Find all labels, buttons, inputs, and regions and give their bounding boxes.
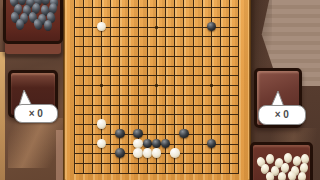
goban-cell[interactable] (157, 86, 166, 96)
goban-cell[interactable] (75, 0, 84, 8)
goban-cell[interactable] (129, 106, 138, 116)
goban-cell[interactable] (203, 67, 212, 77)
goban-cell[interactable] (129, 57, 138, 67)
goban-cell[interactable] (139, 106, 148, 116)
goban-cell[interactable] (148, 47, 157, 57)
goban-cell[interactable] (93, 86, 102, 96)
goban-cell[interactable] (120, 106, 129, 116)
goban-cell[interactable] (203, 47, 212, 57)
goban-cell[interactable] (93, 164, 102, 174)
white-stone-pile (266, 154, 274, 164)
goban-cell[interactable] (120, 67, 129, 77)
goban-cell[interactable] (84, 8, 93, 18)
black-stone-pile (16, 19, 24, 30)
goban-cell[interactable] (194, 115, 203, 125)
goban-cell[interactable] (221, 47, 230, 57)
goban-cell[interactable] (111, 76, 120, 86)
goban-cell[interactable] (75, 115, 84, 125)
goban-cell[interactable] (75, 145, 84, 155)
goban-cell[interactable] (203, 57, 212, 67)
goban-cell[interactable] (212, 96, 221, 106)
goban-cell[interactable] (120, 164, 129, 174)
goban-cell[interactable] (157, 28, 166, 38)
goban-cell[interactable] (111, 86, 120, 96)
goban-cell[interactable] (157, 0, 166, 8)
goban-cell[interactable] (230, 164, 239, 174)
goban-cell[interactable] (111, 96, 120, 106)
goban-cell[interactable] (93, 67, 102, 77)
star-point (210, 84, 213, 87)
goban-cell[interactable] (212, 106, 221, 116)
goban-cell[interactable] (111, 115, 120, 125)
goban-cell[interactable] (75, 76, 84, 86)
star-point (100, 84, 103, 87)
white-stone-bowl (250, 142, 313, 180)
goban-cell[interactable] (148, 8, 157, 18)
stone-white (170, 148, 180, 158)
goban-cell[interactable] (75, 125, 84, 135)
goban-cell[interactable] (175, 106, 184, 116)
goban-cell[interactable] (166, 47, 175, 57)
goban-cell[interactable] (203, 37, 212, 47)
goban-cell[interactable] (166, 106, 175, 116)
goban-cell[interactable] (212, 57, 221, 67)
goban-cell[interactable] (230, 154, 239, 164)
goban-cell[interactable] (111, 164, 120, 174)
goban-cell[interactable] (84, 28, 93, 38)
goban-cell[interactable] (212, 67, 221, 77)
goban-cell[interactable] (221, 106, 230, 116)
goban-cell[interactable] (166, 164, 175, 174)
stone-black (115, 129, 125, 139)
goban-cell[interactable] (111, 37, 120, 47)
goban-cell[interactable] (221, 96, 230, 106)
goban-cell[interactable] (221, 125, 230, 135)
black-stone-bowl (3, 0, 63, 44)
goban-cell[interactable] (166, 28, 175, 38)
goban-cell[interactable] (84, 37, 93, 47)
goban-cell[interactable] (139, 0, 148, 8)
goban-cell[interactable] (102, 67, 111, 77)
goban-cell[interactable] (184, 28, 193, 38)
star-point (155, 26, 158, 29)
goban-cell[interactable] (230, 57, 239, 67)
goban-cell[interactable] (129, 28, 138, 38)
goban-cell[interactable] (166, 125, 175, 135)
goban-cell[interactable] (148, 125, 157, 135)
goban-cell[interactable] (184, 115, 193, 125)
goban-cell[interactable] (139, 96, 148, 106)
goban-cell[interactable] (184, 96, 193, 106)
goban-cell[interactable] (230, 135, 239, 145)
goban-cell[interactable] (75, 8, 84, 18)
goban-cell[interactable] (230, 18, 239, 28)
goban-cell[interactable] (102, 57, 111, 67)
goban-cell[interactable] (129, 96, 138, 106)
goban-cell[interactable] (184, 106, 193, 116)
goban-cell[interactable] (230, 28, 239, 38)
goban-cell[interactable] (221, 28, 230, 38)
goban-cell[interactable] (84, 145, 93, 155)
goban-cell[interactable] (148, 164, 157, 174)
goban-cell[interactable] (75, 47, 84, 57)
goban-cell[interactable] (84, 18, 93, 28)
goban-cell[interactable] (230, 96, 239, 106)
goban-cell[interactable] (203, 164, 212, 174)
goban-cell[interactable] (120, 86, 129, 96)
goban-cell[interactable] (184, 76, 193, 86)
goban-cell[interactable] (129, 37, 138, 47)
goban-cell[interactable] (139, 28, 148, 38)
goban-cell[interactable] (184, 18, 193, 28)
goban-cell[interactable] (230, 106, 239, 116)
goban-cell[interactable] (203, 125, 212, 135)
goban-cell[interactable] (139, 76, 148, 86)
goban-cell[interactable] (93, 8, 102, 18)
goban-cell[interactable] (120, 37, 129, 47)
goban-cell[interactable] (93, 154, 102, 164)
goban-cell[interactable] (184, 37, 193, 47)
goban-grid-area[interactable] (74, 0, 240, 174)
goban-cell[interactable] (148, 0, 157, 8)
goban-cell[interactable] (194, 57, 203, 67)
goban-cell[interactable] (75, 28, 84, 38)
goban-cell[interactable] (148, 96, 157, 106)
goban-cell[interactable] (157, 57, 166, 67)
goban-cell[interactable] (129, 8, 138, 18)
goban-cell[interactable] (120, 18, 129, 28)
goban-cell[interactable] (212, 37, 221, 47)
goban-cell[interactable] (166, 67, 175, 77)
goban-cell[interactable] (129, 0, 138, 8)
goban-cell[interactable] (157, 67, 166, 77)
goban-cell[interactable] (221, 145, 230, 155)
goban-cell[interactable] (184, 47, 193, 57)
goban-cell[interactable] (129, 18, 138, 28)
goban-cell[interactable] (84, 106, 93, 116)
goban-cell[interactable] (111, 8, 120, 18)
goban-cell[interactable] (175, 164, 184, 174)
goban-cell[interactable] (157, 96, 166, 106)
goban-cell[interactable] (194, 135, 203, 145)
stone-black (115, 148, 125, 158)
goban-cell[interactable] (194, 67, 203, 77)
goban-cell[interactable] (129, 86, 138, 96)
goban-cell[interactable] (84, 115, 93, 125)
goban-cell[interactable] (84, 96, 93, 106)
table-highlight-strip (56, 130, 64, 180)
goban-cell[interactable] (194, 76, 203, 86)
goban-cell[interactable] (102, 0, 111, 8)
goban-cell[interactable] (230, 37, 239, 47)
goban-cell[interactable] (102, 96, 111, 106)
goban-cell[interactable] (212, 8, 221, 18)
table-edge-strip (0, 52, 5, 180)
goban-cell[interactable] (93, 57, 102, 67)
goban-cell[interactable] (194, 164, 203, 174)
goban-cell[interactable] (175, 37, 184, 47)
goban-cell[interactable] (184, 86, 193, 96)
game-screen: ×0 ×0 (0, 0, 320, 180)
goban-cell[interactable] (157, 76, 166, 86)
goban-cell[interactable] (84, 47, 93, 57)
goban-cell[interactable] (84, 76, 93, 86)
goban-cell[interactable] (230, 86, 239, 96)
goban-cell[interactable] (139, 18, 148, 28)
stone-white (133, 148, 143, 158)
goban-cell[interactable] (194, 47, 203, 57)
goban-cell[interactable] (203, 106, 212, 116)
white-captures-bubble: ×0 (258, 105, 306, 125)
goban-cell[interactable] (203, 8, 212, 18)
goban-cell[interactable] (212, 76, 221, 86)
goban-cell[interactable] (175, 47, 184, 57)
goban-cell[interactable] (194, 37, 203, 47)
goban-cell[interactable] (203, 0, 212, 8)
black-stone-pile (44, 20, 52, 31)
goban-cell[interactable] (166, 18, 175, 28)
goban-cell[interactable] (230, 67, 239, 77)
goban-cell[interactable] (75, 164, 84, 174)
goban-cell[interactable] (157, 115, 166, 125)
goban-cell[interactable] (75, 18, 84, 28)
goban-cell[interactable] (75, 106, 84, 116)
goban-cell[interactable] (166, 96, 175, 106)
goban-cell[interactable] (120, 57, 129, 67)
goban-cell[interactable] (93, 47, 102, 57)
goban-cell[interactable] (148, 67, 157, 77)
goban-cell[interactable] (129, 47, 138, 57)
goban-cell[interactable] (230, 115, 239, 125)
goban-cell[interactable] (148, 115, 157, 125)
goban-cell[interactable] (120, 47, 129, 57)
goban-cell[interactable] (111, 106, 120, 116)
goban-cell[interactable] (166, 37, 175, 47)
goban-cell[interactable] (166, 0, 175, 8)
goban-cell[interactable] (184, 67, 193, 77)
goban-cell[interactable] (129, 76, 138, 86)
goban-cell[interactable] (221, 154, 230, 164)
goban-cell[interactable] (148, 86, 157, 96)
goban-cell[interactable] (194, 0, 203, 8)
goban-cell[interactable] (184, 164, 193, 174)
goban-cell[interactable] (102, 47, 111, 57)
goban-cell[interactable] (157, 8, 166, 18)
goban-cell[interactable] (111, 47, 120, 57)
goban-cell[interactable] (221, 135, 230, 145)
goban-cell[interactable] (102, 76, 111, 86)
goban-cell[interactable] (194, 154, 203, 164)
stone-white (143, 148, 153, 158)
goban-cell[interactable] (166, 86, 175, 96)
goban-cell[interactable] (175, 86, 184, 96)
goban-cell[interactable] (157, 47, 166, 57)
goban-cell[interactable] (230, 125, 239, 135)
goban-cell[interactable] (75, 135, 84, 145)
goban-cell[interactable] (111, 18, 120, 28)
goban-cell[interactable] (111, 67, 120, 77)
goban-cell[interactable] (221, 67, 230, 77)
goban-cell[interactable] (111, 0, 120, 8)
goban-cell[interactable] (139, 8, 148, 18)
goban-cell[interactable] (148, 28, 157, 38)
goban-cell[interactable] (84, 125, 93, 135)
goban-cell[interactable] (175, 8, 184, 18)
goban-cell[interactable] (129, 67, 138, 77)
goban-cell[interactable] (84, 164, 93, 174)
goban-cell[interactable] (194, 8, 203, 18)
goban-cell[interactable] (102, 86, 111, 96)
goban-cell[interactable] (221, 8, 230, 18)
goban-cell[interactable] (203, 115, 212, 125)
black-captures-count: ×0 (27, 109, 45, 119)
goban-cell[interactable] (194, 145, 203, 155)
goban-cell[interactable] (212, 115, 221, 125)
goban-cell[interactable] (175, 76, 184, 86)
goban-cell[interactable] (111, 28, 120, 38)
goban-cell[interactable] (139, 67, 148, 77)
goban-cell[interactable] (203, 86, 212, 96)
goban-cell[interactable] (75, 57, 84, 67)
goban-cell[interactable] (221, 18, 230, 28)
goban-cell[interactable] (194, 86, 203, 96)
goban-cell[interactable] (212, 0, 221, 8)
goban-cell[interactable] (75, 96, 84, 106)
goban-cell[interactable] (175, 96, 184, 106)
goban-cell[interactable] (203, 154, 212, 164)
goban-cell[interactable] (212, 164, 221, 174)
goban-cell[interactable] (230, 8, 239, 18)
goban-cell[interactable] (221, 37, 230, 47)
black-captures-bubble: ×0 (14, 104, 58, 123)
goban-cell[interactable] (194, 96, 203, 106)
goban-cell[interactable] (102, 164, 111, 174)
goban-cell[interactable] (139, 86, 148, 96)
goban-cell[interactable] (139, 37, 148, 47)
goban-cell[interactable] (212, 125, 221, 135)
goban-cell[interactable] (157, 106, 166, 116)
goban-cell[interactable] (230, 0, 239, 8)
goban-cell[interactable] (139, 57, 148, 67)
goban-cell[interactable] (84, 0, 93, 8)
goban-cell[interactable] (129, 115, 138, 125)
goban-cell[interactable] (120, 96, 129, 106)
goban-cell[interactable] (175, 18, 184, 28)
white-stone-pile (278, 172, 287, 180)
goban-cell[interactable] (194, 125, 203, 135)
goban-cell[interactable] (221, 86, 230, 96)
white-stone-pile (284, 153, 292, 163)
goban-cell[interactable] (221, 164, 230, 174)
goban-cell[interactable] (194, 106, 203, 116)
stone-white (152, 148, 162, 158)
goban-cell[interactable] (184, 154, 193, 164)
goban-cell[interactable] (93, 106, 102, 116)
white-captures-count: ×0 (273, 110, 291, 120)
white-stone-pile (298, 172, 307, 180)
goban-cell[interactable] (166, 8, 175, 18)
goban-cell[interactable] (93, 0, 102, 8)
goban-cell[interactable] (120, 8, 129, 18)
goban-cell[interactable] (184, 57, 193, 67)
goban-cell[interactable] (212, 47, 221, 57)
goban-cell[interactable] (148, 37, 157, 47)
goban-cell[interactable] (230, 76, 239, 86)
goban-cell[interactable] (84, 67, 93, 77)
goban-cell[interactable] (212, 154, 221, 164)
goban-cell[interactable] (212, 86, 221, 96)
goban-cell[interactable] (157, 18, 166, 28)
stone-white (133, 139, 143, 149)
goban-cell[interactable] (166, 57, 175, 67)
goban-cell[interactable] (129, 164, 138, 174)
goban-cell[interactable] (175, 67, 184, 77)
goban-cell[interactable] (102, 8, 111, 18)
goban-cell[interactable] (93, 96, 102, 106)
goban-cell[interactable] (166, 115, 175, 125)
goban-cell[interactable] (84, 86, 93, 96)
stone-black (179, 129, 189, 139)
goban-cell[interactable] (148, 106, 157, 116)
goban-cell[interactable] (120, 115, 129, 125)
goban-cell[interactable] (221, 57, 230, 67)
goban-cell[interactable] (120, 76, 129, 86)
goban-cell[interactable] (184, 0, 193, 8)
goban-cell[interactable] (157, 164, 166, 174)
goban-cell[interactable] (175, 0, 184, 8)
goban-cell[interactable] (221, 115, 230, 125)
goban-cell[interactable] (84, 135, 93, 145)
goban-cell[interactable] (221, 0, 230, 8)
goban-cell[interactable] (157, 37, 166, 47)
goban-cell[interactable] (194, 18, 203, 28)
goban-cell[interactable] (175, 28, 184, 38)
goban-cell[interactable] (139, 115, 148, 125)
goban-cell[interactable] (84, 57, 93, 67)
goban-cell[interactable] (194, 28, 203, 38)
goban-cell[interactable] (230, 145, 239, 155)
goban-cell[interactable] (111, 57, 120, 67)
goban-cell[interactable] (148, 57, 157, 67)
goban-cell[interactable] (184, 145, 193, 155)
goban-cell[interactable] (102, 106, 111, 116)
goban-cell[interactable] (84, 154, 93, 164)
stone-black (143, 139, 153, 149)
goban-cell[interactable] (120, 0, 129, 8)
goban-cell[interactable] (166, 76, 175, 86)
goban-cell[interactable] (93, 37, 102, 47)
goban-cell[interactable] (75, 154, 84, 164)
goban-cell[interactable] (102, 37, 111, 47)
goban-cell[interactable] (175, 115, 184, 125)
goban-cell[interactable] (139, 164, 148, 174)
goban-cell[interactable] (221, 76, 230, 86)
goban-cell[interactable] (120, 28, 129, 38)
goban-cell[interactable] (175, 57, 184, 67)
stone-white (97, 119, 107, 129)
goban-cell[interactable] (139, 47, 148, 57)
star-point (155, 84, 158, 87)
goban-cell[interactable] (75, 86, 84, 96)
goban-cell[interactable] (75, 67, 84, 77)
goban-cell[interactable] (157, 125, 166, 135)
goban-cell[interactable] (203, 96, 212, 106)
goban-cell[interactable] (102, 154, 111, 164)
goban-cell[interactable] (230, 47, 239, 57)
goban-cell[interactable] (184, 8, 193, 18)
goban-cell[interactable] (75, 37, 84, 47)
